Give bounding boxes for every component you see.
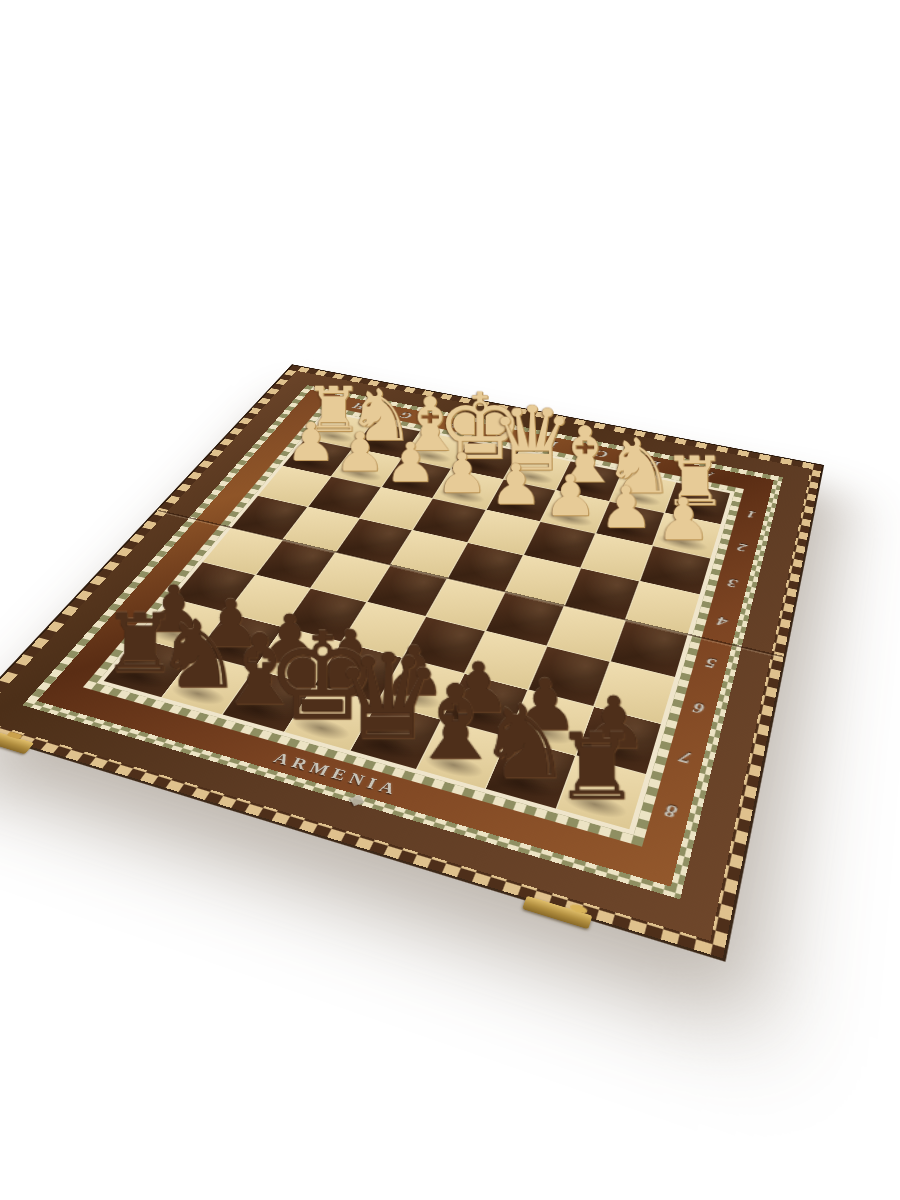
dentil-edge-band: ♜♞♝♚♛♝♞♜♟♟♟♟♟♟♟♟♟♟♟♟♟♟♟♟♜♞♝♚♛♝♞♜ (0, 365, 822, 958)
white-pawn-d2[interactable]: ♟ (489, 459, 542, 509)
walnut-frame: ♜♞♝♚♛♝♞♜♟♟♟♟♟♟♟♟♟♟♟♟♟♟♟♟♜♞♝♚♛♝♞♜ (0, 371, 811, 941)
white-pawn-e2[interactable]: ♟ (436, 449, 488, 499)
inner-checker-band: ♜♞♝♚♛♝♞♜♟♟♟♟♟♟♟♟♟♟♟♟♟♟♟♟♜♞♝♚♛♝♞♜ (83, 405, 744, 846)
white-pawn-b2[interactable]: ♟ (599, 482, 654, 534)
square-h5[interactable] (203, 528, 282, 574)
playing-field: ♜♞♝♚♛♝♞♜♟♟♟♟♟♟♟♟♟♟♟♟♟♟♟♟♜♞♝♚♛♝♞♜ (104, 413, 730, 830)
white-pawn-a2[interactable]: ♟ (656, 493, 712, 545)
black-rook-a8[interactable]: ♜ (553, 727, 639, 809)
chess-board: ♜♞♝♚♛♝♞♜♟♟♟♟♟♟♟♟♟♟♟♟♟♟♟♟♜♞♝♚♛♝♞♜ HGFEDCB… (0, 365, 822, 958)
square-a4[interactable] (626, 582, 699, 634)
white-pawn-h2[interactable]: ♟ (286, 418, 337, 466)
white-pawn-c2[interactable]: ♟ (543, 470, 597, 521)
photo-scene: ♜♞♝♚♛♝♞♜♟♟♟♟♟♟♟♟♟♟♟♟♟♟♟♟♜♞♝♚♛♝♞♜ HGFEDCB… (0, 0, 900, 1200)
square-a8[interactable]: ♜ (557, 756, 646, 829)
white-pawn-f2[interactable]: ♟ (385, 438, 437, 487)
outer-checker-band: ♜♞♝♚♛♝♞♜♟♟♟♟♟♟♟♟♟♟♟♟♟♟♟♟♜♞♝♚♛♝♞♜ (23, 385, 783, 899)
square-b2[interactable]: ♟ (596, 502, 664, 546)
white-pawn-g2[interactable]: ♟ (335, 428, 386, 476)
